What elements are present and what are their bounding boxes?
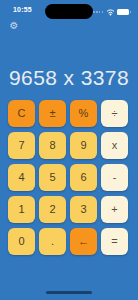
key-7[interactable]: 7	[8, 132, 35, 159]
key-subtract[interactable]: -	[101, 164, 128, 191]
cellular-icon	[93, 11, 103, 13]
phone-screen: 10:55 ⚙ 9658 x 3378 C ± % ÷ 7 8 9 x	[0, 0, 138, 300]
key-5[interactable]: 5	[39, 164, 66, 191]
battery-icon	[117, 9, 131, 15]
dynamic-island	[45, 4, 93, 19]
key-multiply[interactable]: x	[101, 132, 128, 159]
key-9[interactable]: 9	[70, 132, 97, 159]
key-6[interactable]: 6	[70, 164, 97, 191]
key-decimal[interactable]: .	[39, 228, 66, 255]
keypad: C ± % ÷ 7 8 9 x 4 5 6 - 1 2 3 + 0 . ← =	[8, 100, 128, 255]
key-percent[interactable]: %	[70, 100, 97, 127]
calculator-display: 9658 x 3378	[8, 66, 129, 90]
key-3[interactable]: 3	[70, 196, 97, 223]
key-1[interactable]: 1	[8, 196, 35, 223]
key-0[interactable]: 0	[8, 228, 35, 255]
wifi-icon	[106, 8, 115, 16]
key-8[interactable]: 8	[39, 132, 66, 159]
gear-icon: ⚙	[10, 21, 19, 31]
status-time: 10:55	[13, 6, 32, 13]
key-plusminus[interactable]: ±	[39, 100, 66, 127]
status-icons	[93, 8, 131, 16]
key-equals[interactable]: =	[101, 228, 128, 255]
home-indicator[interactable]	[46, 291, 92, 294]
key-divide[interactable]: ÷	[101, 100, 128, 127]
settings-button[interactable]: ⚙	[8, 20, 20, 32]
key-4[interactable]: 4	[8, 164, 35, 191]
key-2[interactable]: 2	[39, 196, 66, 223]
key-backspace[interactable]: ←	[70, 228, 97, 255]
key-add[interactable]: +	[101, 196, 128, 223]
key-clear[interactable]: C	[8, 100, 35, 127]
